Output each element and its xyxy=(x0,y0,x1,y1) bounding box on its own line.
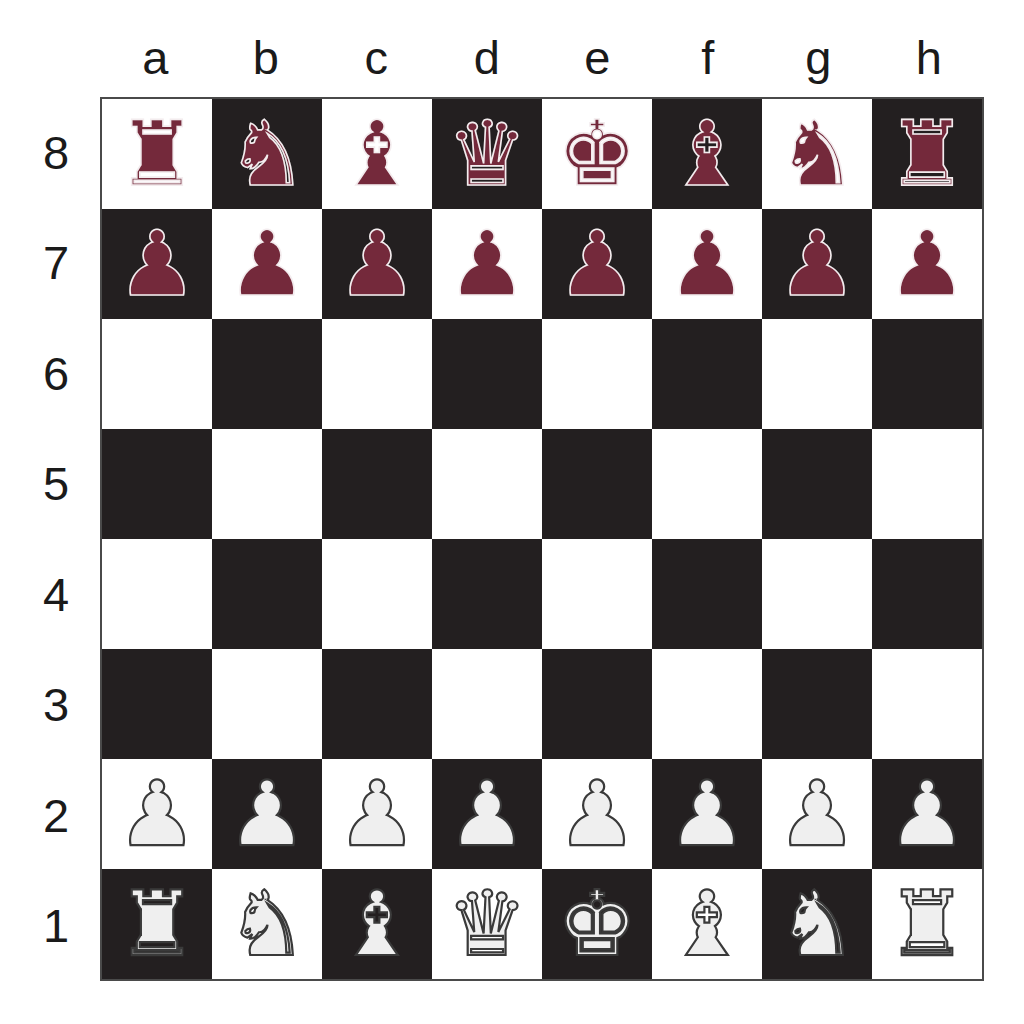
square-g8[interactable]: ♞ xyxy=(762,99,872,209)
rank-label-3: 3 xyxy=(43,681,69,728)
black-pawn: ♟ xyxy=(227,219,308,309)
black-rook: ♜ xyxy=(887,109,968,199)
white-pawn: ♟ xyxy=(227,769,308,859)
square-g6[interactable] xyxy=(762,319,872,429)
square-b6[interactable] xyxy=(212,319,322,429)
square-c1[interactable]: ♝ xyxy=(322,869,432,979)
square-f6[interactable] xyxy=(652,319,762,429)
black-rook: ♜ xyxy=(117,109,198,199)
rank-label-8: 8 xyxy=(43,129,69,176)
white-bishop: ♝ xyxy=(337,879,418,969)
white-knight: ♞ xyxy=(777,879,858,969)
white-pawn: ♟ xyxy=(667,769,748,859)
square-e5[interactable] xyxy=(542,429,652,539)
square-g3[interactable] xyxy=(762,649,872,759)
square-b8[interactable]: ♞ xyxy=(212,99,322,209)
file-label-b: b xyxy=(253,34,279,81)
square-d6[interactable] xyxy=(432,319,542,429)
square-f5[interactable] xyxy=(652,429,762,539)
file-label-c: c xyxy=(365,34,389,81)
square-a7[interactable]: ♟ xyxy=(102,209,212,319)
square-e6[interactable] xyxy=(542,319,652,429)
square-d3[interactable] xyxy=(432,649,542,759)
rank-label-7: 7 xyxy=(43,239,69,286)
square-f1[interactable]: ♝ xyxy=(652,869,762,979)
square-c3[interactable] xyxy=(322,649,432,759)
square-d8[interactable]: ♛ xyxy=(432,99,542,209)
white-pawn: ♟ xyxy=(117,769,198,859)
chess-diagram: abcdefgh 87654321 ♜♞♝♛♚♝♞♜♟♟♟♟♟♟♟♟♟♟♟♟♟♟… xyxy=(0,0,984,981)
square-h2[interactable]: ♟ xyxy=(872,759,982,869)
white-pawn: ♟ xyxy=(337,769,418,859)
square-f4[interactable] xyxy=(652,539,762,649)
square-f7[interactable]: ♟ xyxy=(652,209,762,319)
rank-label-4: 4 xyxy=(43,571,69,618)
square-c6[interactable] xyxy=(322,319,432,429)
black-knight: ♞ xyxy=(777,109,858,199)
square-h5[interactable] xyxy=(872,429,982,539)
black-pawn: ♟ xyxy=(557,219,638,309)
square-b1[interactable]: ♞ xyxy=(212,869,322,979)
white-queen: ♛ xyxy=(447,879,528,969)
square-f3[interactable] xyxy=(652,649,762,759)
square-e1[interactable]: ♚ xyxy=(542,869,652,979)
square-h8[interactable]: ♜ xyxy=(872,99,982,209)
square-d5[interactable] xyxy=(432,429,542,539)
square-a8[interactable]: ♜ xyxy=(102,99,212,209)
square-d4[interactable] xyxy=(432,539,542,649)
square-d7[interactable]: ♟ xyxy=(432,209,542,319)
corner-spacer xyxy=(0,0,100,97)
square-c7[interactable]: ♟ xyxy=(322,209,432,319)
square-f2[interactable]: ♟ xyxy=(652,759,762,869)
file-labels: abcdefgh xyxy=(100,0,984,97)
rank-label-6: 6 xyxy=(43,350,69,397)
white-pawn: ♟ xyxy=(777,769,858,859)
square-b4[interactable] xyxy=(212,539,322,649)
black-king: ♚ xyxy=(557,109,638,199)
square-g2[interactable]: ♟ xyxy=(762,759,872,869)
white-rook: ♜ xyxy=(117,879,198,969)
chess-board: ♜♞♝♛♚♝♞♜♟♟♟♟♟♟♟♟♟♟♟♟♟♟♟♟♜♞♝♛♚♝♞♜ xyxy=(100,97,984,981)
white-rook: ♜ xyxy=(887,879,968,969)
square-a6[interactable] xyxy=(102,319,212,429)
white-king: ♚ xyxy=(557,879,638,969)
white-pawn: ♟ xyxy=(887,769,968,859)
square-a1[interactable]: ♜ xyxy=(102,869,212,979)
square-c8[interactable]: ♝ xyxy=(322,99,432,209)
square-b2[interactable]: ♟ xyxy=(212,759,322,869)
white-pawn: ♟ xyxy=(447,769,528,859)
square-a5[interactable] xyxy=(102,429,212,539)
square-g1[interactable]: ♞ xyxy=(762,869,872,979)
file-label-g: g xyxy=(805,34,831,81)
square-e3[interactable] xyxy=(542,649,652,759)
black-pawn: ♟ xyxy=(337,219,418,309)
rank-label-1: 1 xyxy=(43,902,69,949)
square-d1[interactable]: ♛ xyxy=(432,869,542,979)
black-pawn: ♟ xyxy=(667,219,748,309)
file-label-e: e xyxy=(584,34,610,81)
square-e2[interactable]: ♟ xyxy=(542,759,652,869)
black-knight: ♞ xyxy=(227,109,308,199)
black-bishop: ♝ xyxy=(337,109,418,199)
square-h7[interactable]: ♟ xyxy=(872,209,982,319)
black-queen: ♛ xyxy=(447,109,528,199)
square-h3[interactable] xyxy=(872,649,982,759)
black-pawn: ♟ xyxy=(117,219,198,309)
square-g5[interactable] xyxy=(762,429,872,539)
square-h1[interactable]: ♜ xyxy=(872,869,982,979)
square-e7[interactable]: ♟ xyxy=(542,209,652,319)
file-label-h: h xyxy=(916,34,942,81)
square-b5[interactable] xyxy=(212,429,322,539)
rank-label-5: 5 xyxy=(43,460,69,507)
square-d2[interactable]: ♟ xyxy=(432,759,542,869)
square-h4[interactable] xyxy=(872,539,982,649)
black-pawn: ♟ xyxy=(887,219,968,309)
square-a4[interactable] xyxy=(102,539,212,649)
rank-labels: 87654321 xyxy=(0,97,100,981)
square-g4[interactable] xyxy=(762,539,872,649)
white-bishop: ♝ xyxy=(667,879,748,969)
black-bishop: ♝ xyxy=(667,109,748,199)
square-c5[interactable] xyxy=(322,429,432,539)
square-b3[interactable] xyxy=(212,649,322,759)
square-e4[interactable] xyxy=(542,539,652,649)
file-label-d: d xyxy=(474,34,500,81)
square-a2[interactable]: ♟ xyxy=(102,759,212,869)
file-label-a: a xyxy=(142,34,168,81)
rank-label-2: 2 xyxy=(43,792,69,839)
square-b7[interactable]: ♟ xyxy=(212,209,322,319)
square-c2[interactable]: ♟ xyxy=(322,759,432,869)
square-h6[interactable] xyxy=(872,319,982,429)
square-a3[interactable] xyxy=(102,649,212,759)
square-f8[interactable]: ♝ xyxy=(652,99,762,209)
white-pawn: ♟ xyxy=(557,769,638,859)
square-g7[interactable]: ♟ xyxy=(762,209,872,319)
black-pawn: ♟ xyxy=(777,219,858,309)
black-pawn: ♟ xyxy=(447,219,528,309)
white-knight: ♞ xyxy=(227,879,308,969)
square-e8[interactable]: ♚ xyxy=(542,99,652,209)
square-c4[interactable] xyxy=(322,539,432,649)
file-label-f: f xyxy=(701,34,714,81)
